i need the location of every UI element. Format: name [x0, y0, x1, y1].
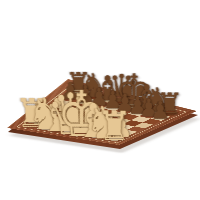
- square-h1: ♜: [106, 137, 123, 142]
- piece-glyph: ♜: [95, 105, 133, 145]
- chessboard: ♜♞♝♛♚♝♞♜♟♟♟♟♟♟♟♟♟♟♟♟♟♟♟♟♜♞♝♛♚♝♞♜: [7, 79, 197, 145]
- product-photo: ♜♞♝♛♚♝♞♜♟♟♟♟♟♟♟♟♟♟♟♟♟♟♟♟♜♞♝♛♚♝♞♜: [0, 0, 200, 200]
